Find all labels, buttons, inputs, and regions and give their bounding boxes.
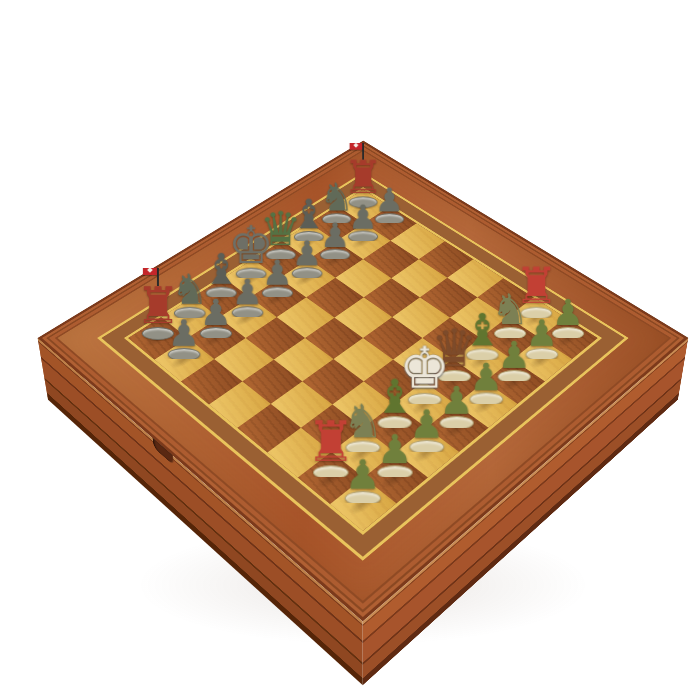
- red-flag-icon: [157, 266, 159, 286]
- pawn-glyph: ♟: [345, 455, 381, 496]
- piece-black-pawn: ♟: [151, 309, 216, 360]
- red-flag-icon: [362, 141, 364, 159]
- pawn-glyph: ♟: [168, 316, 201, 353]
- piece-white-pawn: ♟: [327, 447, 399, 503]
- product-photo-scene: ♜♞♝♚♛♝♞♜♟♟♟♟♟♟♟♟♜♞♝♚♛♝♞♜♟♟♟♟♟♟♟♟: [0, 0, 700, 700]
